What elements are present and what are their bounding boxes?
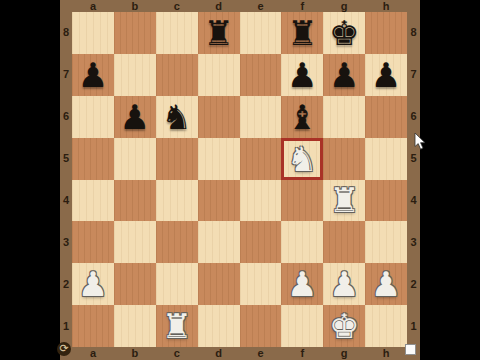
rank-label-5: 5 [407,138,420,180]
white-pawn[interactable]: ♟ [287,267,317,301]
square-f2[interactable]: ♟ [281,263,323,305]
letterbox-left [0,0,60,360]
black-rook[interactable]: ♜ [287,16,317,50]
file-label-c: c [156,0,198,12]
square-e2[interactable] [240,263,282,305]
square-d7[interactable] [198,54,240,96]
square-b3[interactable] [114,221,156,263]
black-pawn[interactable]: ♟ [78,58,108,92]
square-c7[interactable] [156,54,198,96]
square-d4[interactable] [198,180,240,222]
flip-board-icon[interactable]: ⟳ [57,342,71,356]
square-g1[interactable]: ♚ [323,305,365,347]
rank-label-4: 4 [60,180,72,222]
black-pawn[interactable]: ♟ [371,58,401,92]
square-b6[interactable]: ♟ [114,96,156,138]
video-frame: abcdefgh abcdefgh 87654321 87654321 ♜♜♚♟… [0,0,480,360]
rank-labels-left: 87654321 [60,12,72,347]
square-g5[interactable] [323,138,365,180]
square-h6[interactable] [365,96,407,138]
rank-label-2: 2 [60,263,72,305]
file-label-h: h [365,347,407,360]
white-knight[interactable]: ♞ [287,142,317,176]
square-b4[interactable] [114,180,156,222]
black-pawn[interactable]: ♟ [287,58,317,92]
square-c6[interactable]: ♞ [156,96,198,138]
file-label-h: h [365,0,407,12]
file-labels-bottom: abcdefgh [72,347,407,360]
square-a5[interactable] [72,138,114,180]
square-d3[interactable] [198,221,240,263]
rank-label-7: 7 [407,54,420,96]
white-pawn[interactable]: ♟ [329,267,359,301]
square-d8[interactable]: ♜ [198,12,240,54]
rank-label-6: 6 [60,96,72,138]
black-bishop[interactable]: ♝ [287,100,317,134]
square-a2[interactable]: ♟ [72,263,114,305]
square-a8[interactable] [72,12,114,54]
square-d6[interactable] [198,96,240,138]
file-label-g: g [323,347,365,360]
rank-label-8: 8 [407,12,420,54]
file-labels-top: abcdefgh [72,0,407,12]
square-g7[interactable]: ♟ [323,54,365,96]
square-a7[interactable]: ♟ [72,54,114,96]
square-b5[interactable] [114,138,156,180]
square-e6[interactable] [240,96,282,138]
file-label-g: g [323,0,365,12]
fullscreen-icon[interactable] [405,344,416,355]
square-d2[interactable] [198,263,240,305]
square-f8[interactable]: ♜ [281,12,323,54]
square-g8[interactable]: ♚ [323,12,365,54]
square-e1[interactable] [240,305,282,347]
white-pawn[interactable]: ♟ [78,267,108,301]
board-squares: ♜♜♚♟♟♟♟♟♞♝♞♜♟♟♟♟♜♚ [72,12,407,347]
square-h1[interactable] [365,305,407,347]
square-g3[interactable] [323,221,365,263]
rank-label-6: 6 [407,96,420,138]
black-pawn[interactable]: ♟ [329,58,359,92]
white-rook[interactable]: ♜ [329,183,359,217]
rank-label-1: 1 [407,305,420,347]
black-pawn[interactable]: ♟ [120,100,150,134]
file-label-e: e [240,347,282,360]
square-h5[interactable] [365,138,407,180]
square-a1[interactable] [72,305,114,347]
rank-label-7: 7 [60,54,72,96]
file-label-a: a [72,347,114,360]
square-a3[interactable] [72,221,114,263]
square-c5[interactable] [156,138,198,180]
rank-label-3: 3 [407,221,420,263]
square-d5[interactable] [198,138,240,180]
file-label-d: d [198,0,240,12]
file-label-c: c [156,347,198,360]
square-e5[interactable] [240,138,282,180]
square-e4[interactable] [240,180,282,222]
black-rook[interactable]: ♜ [203,16,233,50]
square-a6[interactable] [72,96,114,138]
square-e8[interactable] [240,12,282,54]
white-rook[interactable]: ♜ [161,309,191,343]
square-h2[interactable]: ♟ [365,263,407,305]
rank-label-8: 8 [60,12,72,54]
file-label-b: b [114,0,156,12]
square-c2[interactable] [156,263,198,305]
square-e7[interactable] [240,54,282,96]
black-king[interactable]: ♚ [329,16,359,50]
file-label-f: f [281,347,323,360]
square-g6[interactable] [323,96,365,138]
white-king[interactable]: ♚ [329,309,359,343]
letterbox-right [420,0,480,360]
square-c8[interactable] [156,12,198,54]
rank-labels-right: 87654321 [407,12,420,347]
file-label-e: e [240,0,282,12]
square-c1[interactable]: ♜ [156,305,198,347]
square-f1[interactable] [281,305,323,347]
square-f6[interactable]: ♝ [281,96,323,138]
square-h3[interactable] [365,221,407,263]
file-label-a: a [72,0,114,12]
rank-label-2: 2 [407,263,420,305]
square-b2[interactable] [114,263,156,305]
file-label-b: b [114,347,156,360]
rank-label-4: 4 [407,180,420,222]
square-g4[interactable]: ♜ [323,180,365,222]
file-label-f: f [281,0,323,12]
square-c3[interactable] [156,221,198,263]
square-f7[interactable]: ♟ [281,54,323,96]
square-f3[interactable] [281,221,323,263]
square-c4[interactable] [156,180,198,222]
rank-label-5: 5 [60,138,72,180]
chess-board: abcdefgh abcdefgh 87654321 87654321 ♜♜♚♟… [60,0,420,360]
square-h8[interactable] [365,12,407,54]
file-label-d: d [198,347,240,360]
square-b1[interactable] [114,305,156,347]
square-f4[interactable] [281,180,323,222]
square-b7[interactable] [114,54,156,96]
square-h7[interactable]: ♟ [365,54,407,96]
square-b8[interactable] [114,12,156,54]
rank-label-1: 1 [60,305,72,347]
square-f5[interactable]: ♞ [281,138,323,180]
square-g2[interactable]: ♟ [323,263,365,305]
square-a4[interactable] [72,180,114,222]
square-h4[interactable] [365,180,407,222]
white-pawn[interactable]: ♟ [371,267,401,301]
square-e3[interactable] [240,221,282,263]
square-d1[interactable] [198,305,240,347]
black-knight[interactable]: ♞ [161,100,191,134]
rank-label-3: 3 [60,221,72,263]
